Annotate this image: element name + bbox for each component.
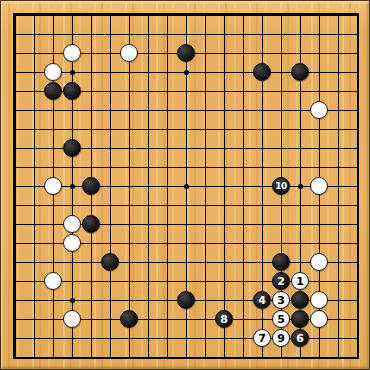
white-stone-C16[interactable]: [44, 63, 62, 81]
white-stone-P4[interactable]: 3: [272, 291, 290, 309]
black-stone-K4[interactable]: [177, 291, 195, 309]
black-stone-E10[interactable]: [82, 177, 100, 195]
white-stone-Q5[interactable]: 1: [291, 272, 309, 290]
black-stone-E8[interactable]: [82, 215, 100, 233]
hoshi-point: [298, 184, 303, 189]
white-stone-R14[interactable]: [310, 101, 328, 119]
black-stone-Q2[interactable]: 6: [291, 329, 309, 347]
move-number-label: 9: [277, 333, 285, 344]
white-stone-P2[interactable]: 9: [272, 329, 290, 347]
black-stone-C15[interactable]: [44, 82, 62, 100]
black-stone-K17[interactable]: [177, 44, 195, 62]
black-stone-M3[interactable]: 8: [215, 310, 233, 328]
move-number-label: 4: [258, 295, 266, 306]
black-stone-P10[interactable]: 10: [272, 177, 290, 195]
white-stone-D17[interactable]: [63, 44, 81, 62]
hoshi-point: [70, 70, 75, 75]
black-stone-Q4[interactable]: [291, 291, 309, 309]
white-stone-C10[interactable]: [44, 177, 62, 195]
move-number-label: 6: [296, 333, 304, 344]
black-stone-Q16[interactable]: [291, 63, 309, 81]
hoshi-point: [70, 298, 75, 303]
move-number-label: 10: [275, 182, 287, 191]
black-stone-D15[interactable]: [63, 82, 81, 100]
white-stone-R10[interactable]: [310, 177, 328, 195]
white-stone-R4[interactable]: [310, 291, 328, 309]
black-stone-D12[interactable]: [63, 139, 81, 157]
hoshi-point: [70, 184, 75, 189]
white-stone-P3[interactable]: 5: [272, 310, 290, 328]
move-number-label: 1: [296, 276, 304, 287]
move-number-label: 5: [277, 314, 285, 325]
black-stone-P6[interactable]: [272, 253, 290, 271]
black-stone-Q3[interactable]: [291, 310, 309, 328]
move-number-label: 2: [277, 276, 285, 287]
white-stone-D3[interactable]: [63, 310, 81, 328]
white-stone-C5[interactable]: [44, 272, 62, 290]
black-stone-O4[interactable]: 4: [253, 291, 271, 309]
white-stone-D8[interactable]: [63, 215, 81, 233]
hoshi-point: [184, 184, 189, 189]
black-stone-F6[interactable]: [101, 253, 119, 271]
move-number-label: 8: [220, 314, 228, 325]
go-board-frame: 10214385796: [0, 0, 370, 370]
white-stone-R3[interactable]: [310, 310, 328, 328]
black-stone-O16[interactable]: [253, 63, 271, 81]
move-number-label: 3: [277, 295, 285, 306]
hoshi-point: [184, 70, 189, 75]
white-stone-D7[interactable]: [63, 234, 81, 252]
go-board-screenshot: 10214385796: [0, 0, 370, 370]
white-stone-R6[interactable]: [310, 253, 328, 271]
black-stone-G3[interactable]: [120, 310, 138, 328]
move-number-label: 7: [258, 333, 266, 344]
white-stone-G17[interactable]: [120, 44, 138, 62]
black-stone-P5[interactable]: 2: [272, 272, 290, 290]
white-stone-O2[interactable]: 7: [253, 329, 271, 347]
